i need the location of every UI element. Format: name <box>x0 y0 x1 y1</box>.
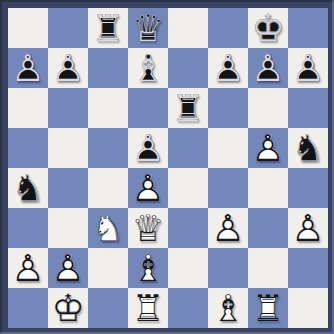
square-a2[interactable]: ♟♙ <box>8 248 48 288</box>
square-d3[interactable]: ♛♕ <box>128 208 168 248</box>
bishop-outline-icon: ♗ <box>128 48 168 88</box>
square-f5[interactable] <box>208 128 248 168</box>
queen-outline-icon: ♕ <box>128 208 168 248</box>
pawn-outline-icon: ♙ <box>8 48 48 88</box>
square-a5[interactable] <box>8 128 48 168</box>
square-a8[interactable] <box>8 8 48 48</box>
queen-outline-icon: ♕ <box>128 8 168 48</box>
square-d7[interactable]: ♝♗ <box>128 48 168 88</box>
square-b2[interactable]: ♟♙ <box>48 248 88 288</box>
white-pawn-d4[interactable]: ♟♙ <box>128 168 168 208</box>
white-rook-d1[interactable]: ♜♖ <box>128 288 168 328</box>
square-e7[interactable] <box>168 48 208 88</box>
white-pawn-h3[interactable]: ♟♙ <box>288 208 328 248</box>
pawn-outline-icon: ♙ <box>288 48 328 88</box>
knight-outline-icon: ♘ <box>288 128 328 168</box>
square-c8[interactable]: ♜♖ <box>88 8 128 48</box>
square-h4[interactable] <box>288 168 328 208</box>
square-c1[interactable] <box>88 288 128 328</box>
square-c3[interactable]: ♞♘ <box>88 208 128 248</box>
square-g1[interactable]: ♜♖ <box>248 288 288 328</box>
square-c4[interactable] <box>88 168 128 208</box>
square-h8[interactable] <box>288 8 328 48</box>
black-knight-h5[interactable]: ♞♘ <box>288 128 328 168</box>
pawn-outline-icon: ♙ <box>288 208 328 248</box>
square-a1[interactable] <box>8 288 48 328</box>
square-f2[interactable] <box>208 248 248 288</box>
pawn-outline-icon: ♙ <box>248 48 288 88</box>
pawn-outline-icon: ♙ <box>128 128 168 168</box>
square-b7[interactable]: ♟♙ <box>48 48 88 88</box>
bishop-outline-icon: ♗ <box>208 288 248 328</box>
black-pawn-f7[interactable]: ♟♙ <box>208 48 248 88</box>
square-f8[interactable] <box>208 8 248 48</box>
white-bishop-f1[interactable]: ♝♗ <box>208 288 248 328</box>
square-e8[interactable] <box>168 8 208 48</box>
pawn-outline-icon: ♙ <box>48 248 88 288</box>
knight-outline-icon: ♘ <box>8 168 48 208</box>
black-king-g8[interactable]: ♚♔ <box>248 8 288 48</box>
pawn-outline-icon: ♙ <box>208 208 248 248</box>
square-a6[interactable] <box>8 88 48 128</box>
square-g8[interactable]: ♚♔ <box>248 8 288 48</box>
square-a4[interactable]: ♞♘ <box>8 168 48 208</box>
black-rook-c8[interactable]: ♜♖ <box>88 8 128 48</box>
white-bishop-d2[interactable]: ♝♗ <box>128 248 168 288</box>
square-d4[interactable]: ♟♙ <box>128 168 168 208</box>
chess-board: ♜♖♛♕♚♔♟♙♟♙♝♗♟♙♟♙♟♙♜♖♟♙♟♙♞♘♞♘♟♙♞♘♛♕♟♙♟♙♟♙… <box>8 8 328 328</box>
square-f4[interactable] <box>208 168 248 208</box>
knight-outline-icon: ♘ <box>88 208 128 248</box>
square-b3[interactable] <box>48 208 88 248</box>
square-f3[interactable]: ♟♙ <box>208 208 248 248</box>
square-d2[interactable]: ♝♗ <box>128 248 168 288</box>
black-knight-a4[interactable]: ♞♘ <box>8 168 48 208</box>
square-d8[interactable]: ♛♕ <box>128 8 168 48</box>
king-outline-icon: ♔ <box>48 288 88 328</box>
square-b5[interactable] <box>48 128 88 168</box>
square-g3[interactable] <box>248 208 288 248</box>
square-c5[interactable] <box>88 128 128 168</box>
rook-outline-icon: ♖ <box>248 288 288 328</box>
square-e2[interactable] <box>168 248 208 288</box>
pawn-outline-icon: ♙ <box>208 48 248 88</box>
rook-outline-icon: ♖ <box>128 288 168 328</box>
square-g2[interactable] <box>248 248 288 288</box>
square-g7[interactable]: ♟♙ <box>248 48 288 88</box>
white-rook-g1[interactable]: ♜♖ <box>248 288 288 328</box>
black-pawn-a7[interactable]: ♟♙ <box>8 48 48 88</box>
white-queen-d3[interactable]: ♛♕ <box>128 208 168 248</box>
square-b8[interactable] <box>48 8 88 48</box>
square-h3[interactable]: ♟♙ <box>288 208 328 248</box>
white-king-b1[interactable]: ♚♔ <box>48 288 88 328</box>
square-g4[interactable] <box>248 168 288 208</box>
square-b6[interactable] <box>48 88 88 128</box>
pawn-outline-icon: ♙ <box>8 248 48 288</box>
square-h1[interactable] <box>288 288 328 328</box>
board-frame: ♜♖♛♕♚♔♟♙♟♙♝♗♟♙♟♙♟♙♜♖♟♙♟♙♞♘♞♘♟♙♞♘♛♕♟♙♟♙♟♙… <box>0 0 334 334</box>
rook-outline-icon: ♖ <box>88 8 128 48</box>
king-outline-icon: ♔ <box>248 8 288 48</box>
square-h5[interactable]: ♞♘ <box>288 128 328 168</box>
square-b4[interactable] <box>48 168 88 208</box>
white-pawn-f3[interactable]: ♟♙ <box>208 208 248 248</box>
square-c6[interactable] <box>88 88 128 128</box>
square-c7[interactable] <box>88 48 128 88</box>
square-d1[interactable]: ♜♖ <box>128 288 168 328</box>
square-a7[interactable]: ♟♙ <box>8 48 48 88</box>
square-g5[interactable]: ♟♙ <box>248 128 288 168</box>
square-h6[interactable] <box>288 88 328 128</box>
black-pawn-d5[interactable]: ♟♙ <box>128 128 168 168</box>
square-h2[interactable] <box>288 248 328 288</box>
black-pawn-g7[interactable]: ♟♙ <box>248 48 288 88</box>
square-e4[interactable] <box>168 168 208 208</box>
black-pawn-b7[interactable]: ♟♙ <box>48 48 88 88</box>
square-e6[interactable]: ♜♖ <box>168 88 208 128</box>
black-queen-d8[interactable]: ♛♕ <box>128 8 168 48</box>
square-e1[interactable] <box>168 288 208 328</box>
square-f6[interactable] <box>208 88 248 128</box>
bishop-outline-icon: ♗ <box>128 248 168 288</box>
square-f7[interactable]: ♟♙ <box>208 48 248 88</box>
square-d5[interactable]: ♟♙ <box>128 128 168 168</box>
white-knight-c3[interactable]: ♞♘ <box>88 208 128 248</box>
pawn-outline-icon: ♙ <box>48 48 88 88</box>
white-pawn-g5[interactable]: ♟♙ <box>248 128 288 168</box>
square-d6[interactable] <box>128 88 168 128</box>
square-e5[interactable] <box>168 128 208 168</box>
white-pawn-b2[interactable]: ♟♙ <box>48 248 88 288</box>
square-h7[interactable]: ♟♙ <box>288 48 328 88</box>
black-rook-e6[interactable]: ♜♖ <box>168 88 208 128</box>
black-bishop-d7[interactable]: ♝♗ <box>128 48 168 88</box>
rook-outline-icon: ♖ <box>168 88 208 128</box>
square-b1[interactable]: ♚♔ <box>48 288 88 328</box>
square-e3[interactable] <box>168 208 208 248</box>
pawn-outline-icon: ♙ <box>248 128 288 168</box>
square-a3[interactable] <box>8 208 48 248</box>
square-f1[interactable]: ♝♗ <box>208 288 248 328</box>
square-c2[interactable] <box>88 248 128 288</box>
white-pawn-a2[interactable]: ♟♙ <box>8 248 48 288</box>
pawn-outline-icon: ♙ <box>128 168 168 208</box>
square-g6[interactable] <box>248 88 288 128</box>
black-pawn-h7[interactable]: ♟♙ <box>288 48 328 88</box>
